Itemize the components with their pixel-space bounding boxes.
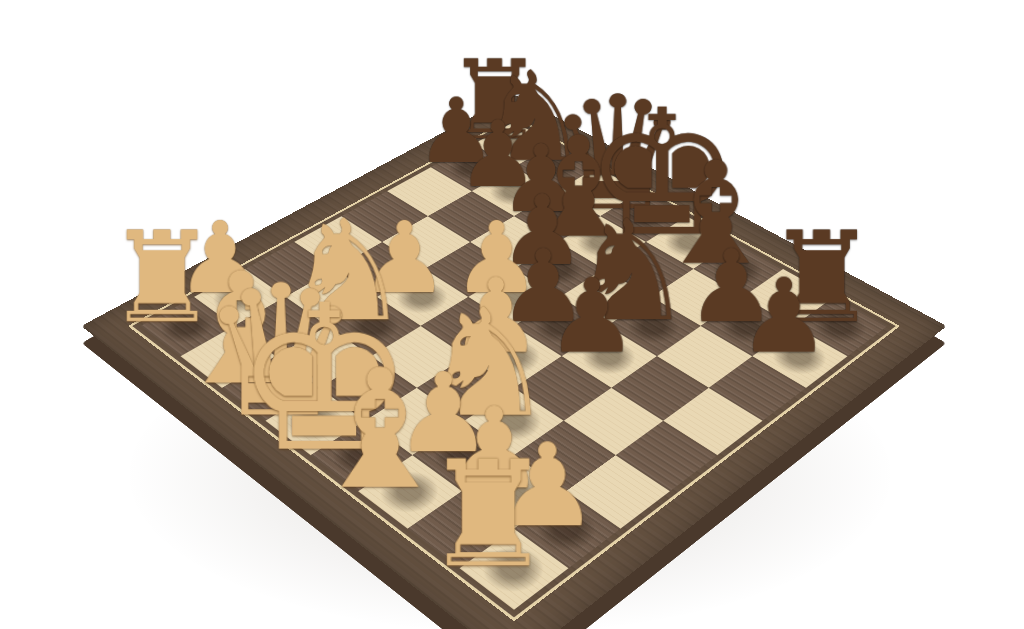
board-inlay-border: ♜♞♛♚♝♜♟♟♟♝♟♟♟♞♟♟♟♟♟♞♞♟♟♟♟♜♝♛♚♝♜ xyxy=(128,116,900,621)
square-h7[interactable]: ♟ xyxy=(752,326,847,388)
board-grid: ♜♞♛♚♝♜♟♟♟♝♟♟♟♞♟♟♟♟♟♞♞♟♟♟♟♜♝♛♚♝♜ xyxy=(141,122,888,610)
white-rook[interactable]: ♜ xyxy=(311,441,665,587)
board-frame: ♜♞♛♚♝♜♟♟♟♝♟♟♟♞♟♟♟♟♟♞♞♟♟♟♟♜♝♛♚♝♜ xyxy=(81,94,946,629)
scene: ♜♞♛♚♝♜♟♟♟♝♟♟♟♞♟♟♟♟♟♞♞♟♟♟♟♜♝♛♚♝♜ xyxy=(0,0,1024,629)
chess-board: ♜♞♛♚♝♜♟♟♟♝♟♟♟♞♟♟♟♟♟♞♞♟♟♟♟♜♝♛♚♝♜ xyxy=(81,94,946,629)
square-h1[interactable]: ♜ xyxy=(460,529,569,610)
